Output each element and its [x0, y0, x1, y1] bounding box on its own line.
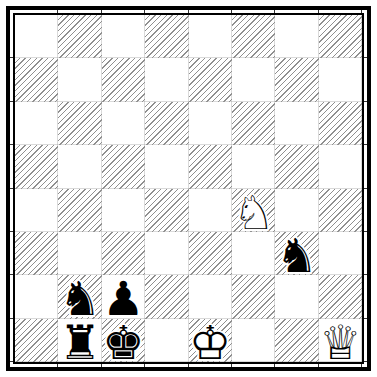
black-knight[interactable]: ♞♞: [58, 275, 101, 318]
square-h3[interactable]: [319, 232, 362, 275]
square-c2[interactable]: ♟♟: [102, 275, 145, 318]
square-d6[interactable]: [145, 102, 188, 145]
square-e3[interactable]: [189, 232, 232, 275]
square-d2[interactable]: [145, 275, 188, 318]
square-f8[interactable]: [232, 15, 275, 58]
square-g1[interactable]: [275, 319, 318, 362]
square-c4[interactable]: [102, 189, 145, 232]
square-f4[interactable]: ♞♘: [232, 189, 275, 232]
square-g3[interactable]: ♞♞: [275, 232, 318, 275]
white-knight-glyph: ♘: [232, 189, 274, 236]
square-h1[interactable]: ♛♕: [319, 319, 362, 362]
square-a3[interactable]: [15, 232, 58, 275]
square-b5[interactable]: [58, 145, 101, 188]
black-rook[interactable]: ♜♜: [58, 319, 101, 362]
black-king-glyph: ♚: [102, 319, 144, 366]
square-f6[interactable]: [232, 102, 275, 145]
square-a1[interactable]: [15, 319, 58, 362]
square-b7[interactable]: [58, 58, 101, 101]
square-f3[interactable]: [232, 232, 275, 275]
square-b6[interactable]: [58, 102, 101, 145]
square-g6[interactable]: [275, 102, 318, 145]
square-e1[interactable]: ♚♔: [189, 319, 232, 362]
square-f5[interactable]: [232, 145, 275, 188]
square-e4[interactable]: [189, 189, 232, 232]
square-g8[interactable]: [275, 15, 318, 58]
square-d8[interactable]: [145, 15, 188, 58]
black-knight[interactable]: ♞♞: [275, 232, 318, 275]
square-c8[interactable]: [102, 15, 145, 58]
white-knight[interactable]: ♞♘: [232, 189, 275, 232]
square-a4[interactable]: [15, 189, 58, 232]
square-f1[interactable]: [232, 319, 275, 362]
square-h6[interactable]: [319, 102, 362, 145]
square-a6[interactable]: [15, 102, 58, 145]
square-e8[interactable]: [189, 15, 232, 58]
chess-board: ♞♘♞♞♞♞♟♟♜♜♚♚♚♔♛♕: [15, 15, 362, 362]
square-c3[interactable]: [102, 232, 145, 275]
black-knight-glyph: ♞: [276, 232, 318, 279]
square-a7[interactable]: [15, 58, 58, 101]
square-e2[interactable]: [189, 275, 232, 318]
square-c6[interactable]: [102, 102, 145, 145]
white-queen-glyph: ♕: [319, 319, 361, 366]
square-b1[interactable]: ♜♜: [58, 319, 101, 362]
square-g2[interactable]: [275, 275, 318, 318]
square-b8[interactable]: [58, 15, 101, 58]
white-king[interactable]: ♚♔: [189, 319, 232, 362]
square-b3[interactable]: [58, 232, 101, 275]
square-a2[interactable]: [15, 275, 58, 318]
square-h5[interactable]: [319, 145, 362, 188]
black-king[interactable]: ♚♚: [102, 319, 145, 362]
square-c1[interactable]: ♚♚: [102, 319, 145, 362]
square-g5[interactable]: [275, 145, 318, 188]
square-b2[interactable]: ♞♞: [58, 275, 101, 318]
square-h8[interactable]: [319, 15, 362, 58]
square-c5[interactable]: [102, 145, 145, 188]
square-a5[interactable]: [15, 145, 58, 188]
square-d4[interactable]: [145, 189, 188, 232]
square-c7[interactable]: [102, 58, 145, 101]
square-h2[interactable]: [319, 275, 362, 318]
square-d7[interactable]: [145, 58, 188, 101]
square-f7[interactable]: [232, 58, 275, 101]
square-e7[interactable]: [189, 58, 232, 101]
black-pawn[interactable]: ♟♟: [102, 275, 145, 318]
square-h7[interactable]: [319, 58, 362, 101]
square-d5[interactable]: [145, 145, 188, 188]
white-queen[interactable]: ♛♕: [319, 319, 362, 362]
black-rook-glyph: ♜: [59, 319, 101, 366]
square-d3[interactable]: [145, 232, 188, 275]
square-f2[interactable]: [232, 275, 275, 318]
square-e6[interactable]: [189, 102, 232, 145]
square-g4[interactable]: [275, 189, 318, 232]
white-king-glyph: ♔: [189, 319, 231, 366]
chess-diagram-page: { "game": "chess", "position": { "fen": …: [0, 0, 377, 377]
square-a8[interactable]: [15, 15, 58, 58]
square-g7[interactable]: [275, 58, 318, 101]
square-e5[interactable]: [189, 145, 232, 188]
square-h4[interactable]: [319, 189, 362, 232]
frame-tick-marks-right: [364, 15, 367, 362]
square-d1[interactable]: [145, 319, 188, 362]
square-b4[interactable]: [58, 189, 101, 232]
